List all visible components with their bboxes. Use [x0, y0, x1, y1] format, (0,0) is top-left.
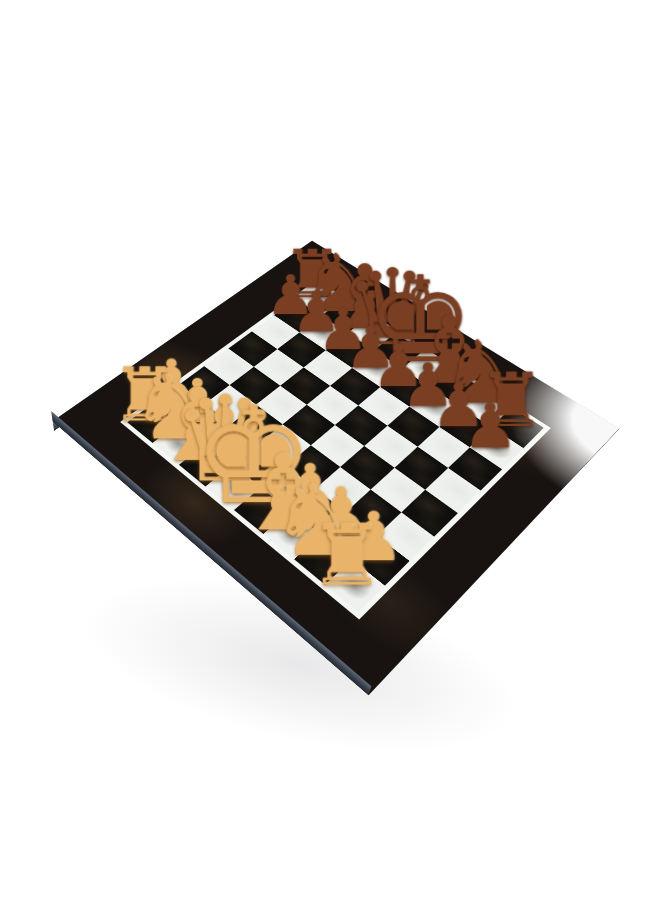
- piece-dark-pawn-h7[interactable]: ♟: [462, 398, 517, 455]
- piece-light-rook-h1[interactable]: ♜: [308, 516, 384, 594]
- square-h7[interactable]: ♟: [470, 427, 523, 469]
- square-h1[interactable]: ♜: [325, 560, 384, 612]
- chess-set-photo: ♜♞♝♛♚♝♞♜♟♟♟♟♟♟♟♟♟♟♟♟♟♟♟♟♜♞♝♛♚♝♞♜: [0, 0, 660, 900]
